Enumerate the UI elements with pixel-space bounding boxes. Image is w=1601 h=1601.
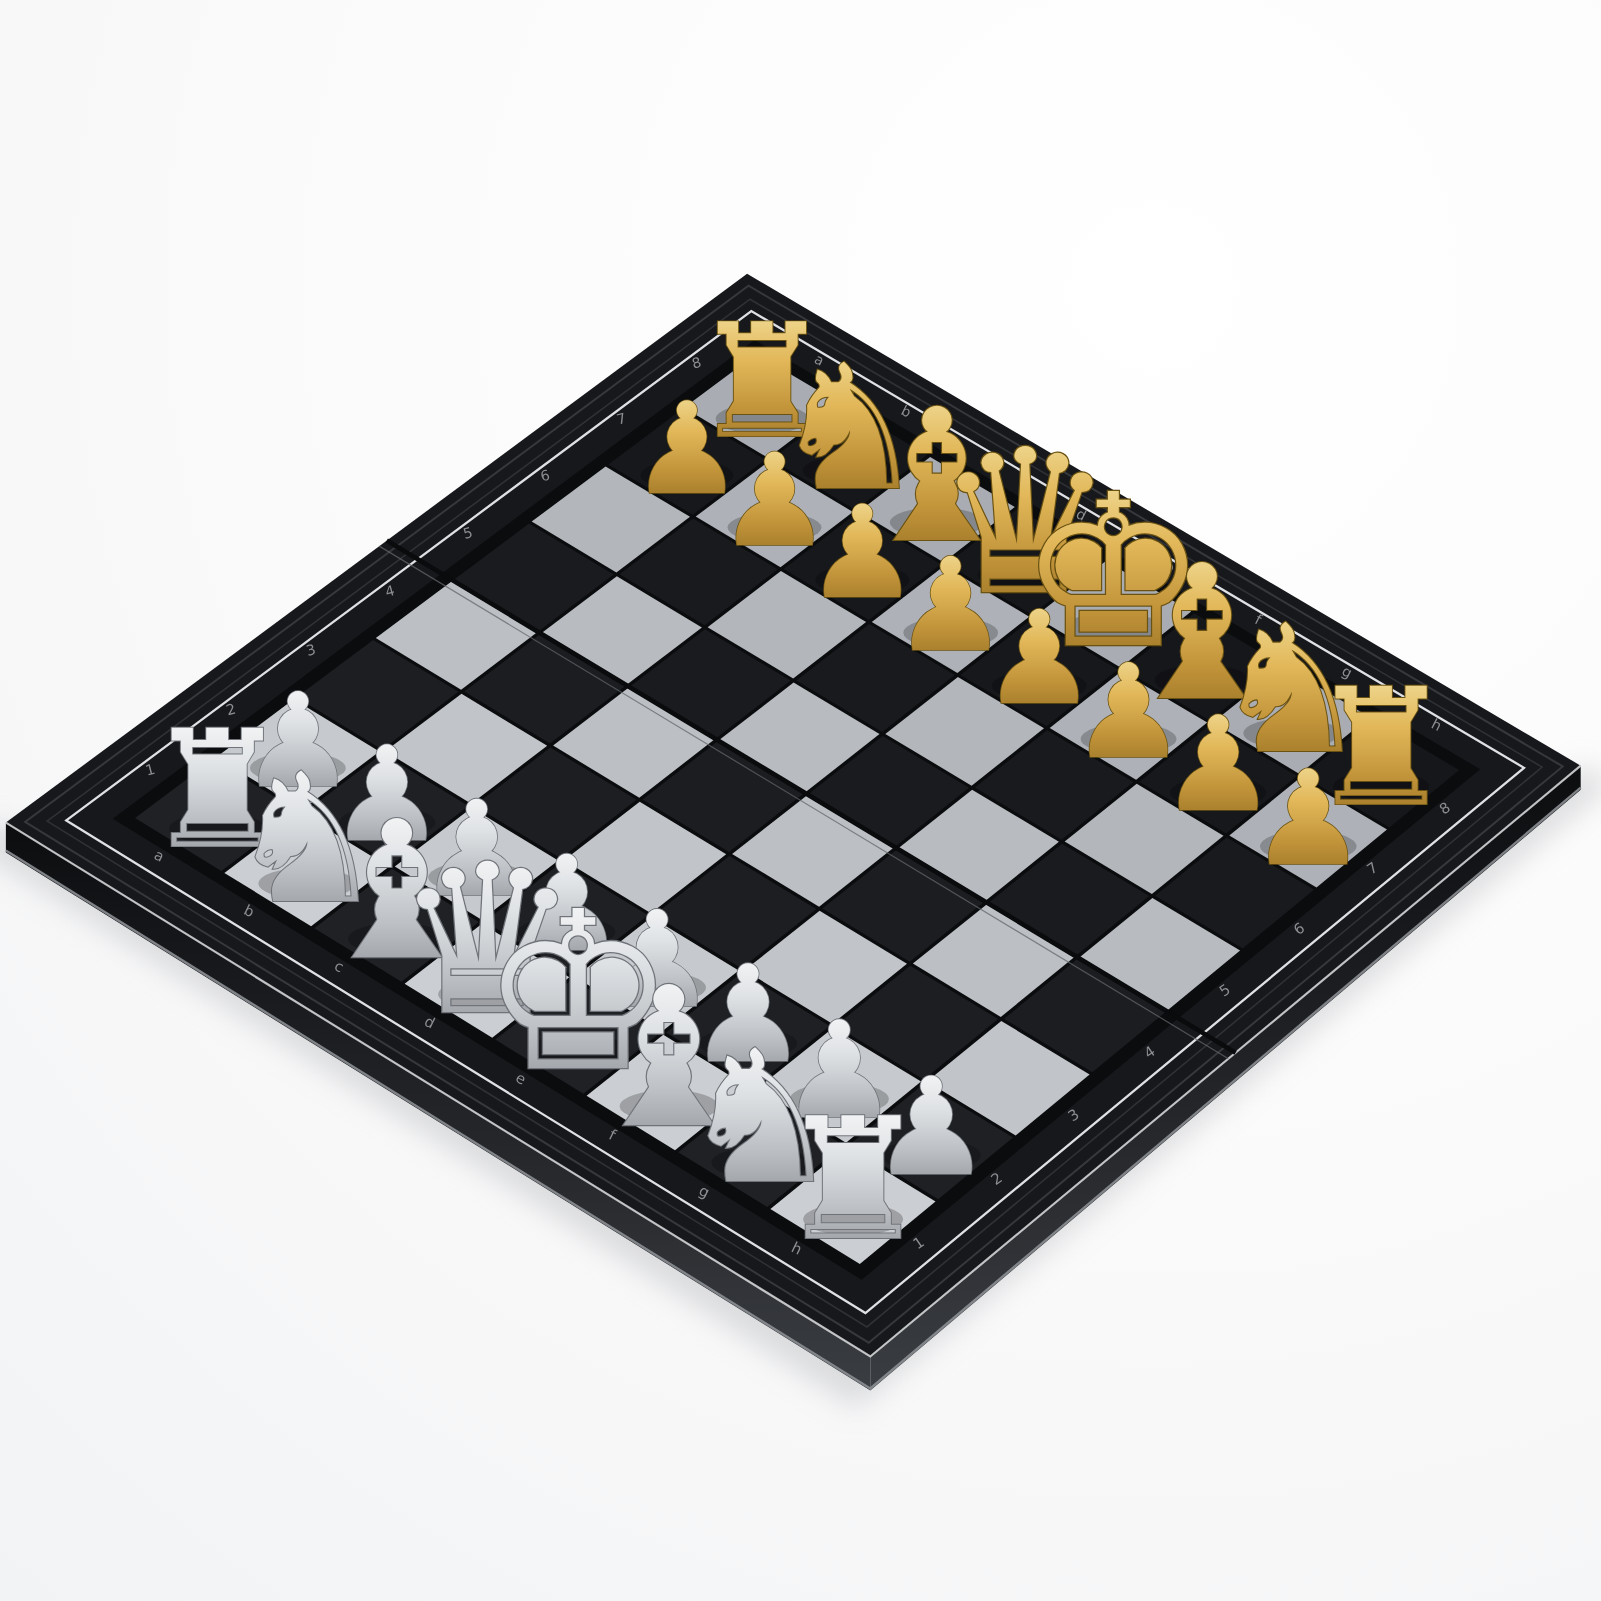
piece-silver-rook-h1[interactable]: ♜ xyxy=(778,1082,929,1278)
chess-board: a a b b c c d d e e f f g g h h 1 1 2 2 … xyxy=(0,0,1601,1601)
piece-gold-pawn-h7[interactable]: ♟ xyxy=(1250,742,1367,895)
chess-set-product-photo: a a b b c c d d e e f f g g h h 1 1 2 2 … xyxy=(0,0,1601,1601)
